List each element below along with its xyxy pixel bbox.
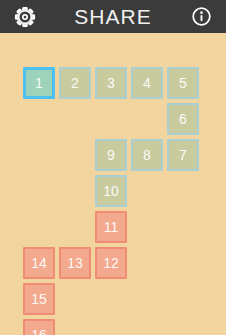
level-tile-15[interactable]: 15 xyxy=(23,283,55,315)
settings-button[interactable] xyxy=(13,5,37,29)
level-tile-10[interactable]: 10 xyxy=(95,175,127,207)
info-icon xyxy=(191,6,212,27)
level-tile-9[interactable]: 9 xyxy=(95,139,127,171)
info-button[interactable] xyxy=(189,5,213,29)
level-tile-2[interactable]: 2 xyxy=(59,67,91,99)
gear-icon xyxy=(14,6,36,28)
level-tile-16[interactable]: 16 xyxy=(23,319,55,335)
level-tile-6[interactable]: 6 xyxy=(167,103,199,135)
header-bar: SHARE xyxy=(0,0,226,33)
level-tile-14[interactable]: 14 xyxy=(23,247,55,279)
app-screen: SHARE 12345678910111213141516 xyxy=(0,0,226,335)
level-path-grid: 12345678910111213141516 xyxy=(23,67,199,335)
level-tile-1[interactable]: 1 xyxy=(23,67,55,99)
level-tile-11[interactable]: 11 xyxy=(95,211,127,243)
level-tile-3[interactable]: 3 xyxy=(95,67,127,99)
level-tile-13[interactable]: 13 xyxy=(59,247,91,279)
level-tile-5[interactable]: 5 xyxy=(167,67,199,99)
level-tile-7[interactable]: 7 xyxy=(167,139,199,171)
level-tile-12[interactable]: 12 xyxy=(95,247,127,279)
level-tile-8[interactable]: 8 xyxy=(131,139,163,171)
level-tile-4[interactable]: 4 xyxy=(131,67,163,99)
